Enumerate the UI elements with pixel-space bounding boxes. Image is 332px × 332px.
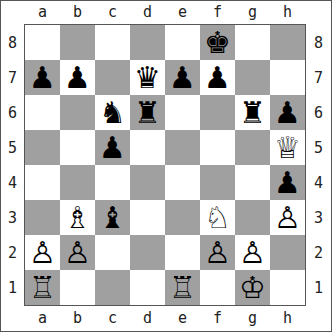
file-label-bottom-g: g: [235, 311, 270, 326]
square-g5[interactable]: [235, 130, 270, 165]
piece-white-pawn[interactable]: ♙: [64, 238, 91, 268]
square-d6[interactable]: ♜: [130, 95, 165, 130]
rank-label-right-6: 6: [306, 95, 331, 130]
file-label-bottom-d: d: [130, 311, 165, 326]
square-h5[interactable]: ♕: [270, 130, 305, 165]
file-labels-bottom: abcdefgh: [24, 306, 306, 331]
rank-label-left-3: 3: [1, 200, 24, 235]
square-b1[interactable]: [60, 270, 95, 305]
square-f4[interactable]: [200, 165, 235, 200]
square-g6[interactable]: ♜: [235, 95, 270, 130]
rank-label-right-3: 3: [306, 200, 331, 235]
square-e3[interactable]: [165, 200, 200, 235]
square-c5[interactable]: ♟: [95, 130, 130, 165]
square-b2[interactable]: ♙: [60, 235, 95, 270]
piece-black-pawn[interactable]: ♟: [204, 63, 231, 93]
square-f2[interactable]: ♙: [200, 235, 235, 270]
rank-label-right-8: 8: [306, 25, 331, 60]
square-d1[interactable]: [130, 270, 165, 305]
file-label-top-b: b: [60, 5, 95, 20]
square-d2[interactable]: [130, 235, 165, 270]
piece-white-pawn[interactable]: ♙: [239, 238, 266, 268]
square-b4[interactable]: [60, 165, 95, 200]
square-a3[interactable]: [25, 200, 60, 235]
square-b5[interactable]: [60, 130, 95, 165]
piece-white-king[interactable]: ♔: [239, 273, 266, 303]
square-g2[interactable]: ♙: [235, 235, 270, 270]
piece-white-pawn[interactable]: ♙: [274, 203, 301, 233]
file-label-bottom-a: a: [25, 311, 60, 326]
square-c6[interactable]: ♞: [95, 95, 130, 130]
piece-black-pawn[interactable]: ♟: [274, 98, 301, 128]
square-f8[interactable]: ♚: [200, 25, 235, 60]
file-label-top-d: d: [130, 5, 165, 20]
square-d4[interactable]: [130, 165, 165, 200]
piece-white-bishop[interactable]: ♗: [64, 203, 91, 233]
square-c7[interactable]: [95, 60, 130, 95]
square-h8[interactable]: [270, 25, 305, 60]
square-e8[interactable]: [165, 25, 200, 60]
piece-black-rook[interactable]: ♜: [239, 98, 266, 128]
square-a6[interactable]: [25, 95, 60, 130]
piece-white-queen[interactable]: ♕: [274, 133, 301, 163]
piece-black-pawn[interactable]: ♟: [99, 133, 126, 163]
square-e2[interactable]: [165, 235, 200, 270]
piece-black-bishop[interactable]: ♝: [99, 203, 126, 233]
piece-black-king[interactable]: ♚: [204, 28, 231, 58]
square-f6[interactable]: [200, 95, 235, 130]
square-h4[interactable]: ♟: [270, 165, 305, 200]
square-a7[interactable]: ♟: [25, 60, 60, 95]
square-g1[interactable]: ♔: [235, 270, 270, 305]
file-label-bottom-b: b: [60, 311, 95, 326]
corner-bottom-left: [1, 306, 24, 331]
square-e6[interactable]: [165, 95, 200, 130]
file-label-bottom-e: e: [165, 311, 200, 326]
rank-label-right-4: 4: [306, 165, 331, 200]
square-e4[interactable]: [165, 165, 200, 200]
file-label-top-c: c: [95, 5, 130, 20]
piece-black-pawn[interactable]: ♟: [274, 168, 301, 198]
square-a1[interactable]: ♖: [25, 270, 60, 305]
file-label-bottom-h: h: [270, 311, 305, 326]
square-f7[interactable]: ♟: [200, 60, 235, 95]
square-f3[interactable]: ♘: [200, 200, 235, 235]
square-e1[interactable]: ♖: [165, 270, 200, 305]
rank-label-left-5: 5: [1, 130, 24, 165]
square-h3[interactable]: ♙: [270, 200, 305, 235]
file-label-top-f: f: [200, 5, 235, 20]
square-h2[interactable]: [270, 235, 305, 270]
square-d7[interactable]: ♛: [130, 60, 165, 95]
corner-top-left: [1, 1, 24, 24]
corner-top-right: [306, 1, 331, 24]
square-e7[interactable]: ♟: [165, 60, 200, 95]
square-c1[interactable]: [95, 270, 130, 305]
square-f5[interactable]: [200, 130, 235, 165]
square-b8[interactable]: [60, 25, 95, 60]
rank-label-left-7: 7: [1, 60, 24, 95]
piece-black-rook[interactable]: ♜: [134, 98, 161, 128]
piece-white-rook[interactable]: ♖: [169, 273, 196, 303]
rank-labels-left: 87654321: [1, 24, 24, 306]
rank-label-right-7: 7: [306, 60, 331, 95]
square-a2[interactable]: ♙: [25, 235, 60, 270]
corner-bottom-right: [306, 306, 331, 331]
square-d8[interactable]: [130, 25, 165, 60]
file-label-top-a: a: [25, 5, 60, 20]
piece-black-pawn[interactable]: ♟: [29, 63, 56, 93]
piece-black-pawn[interactable]: ♟: [169, 63, 196, 93]
piece-black-queen[interactable]: ♛: [134, 63, 161, 93]
square-a5[interactable]: [25, 130, 60, 165]
square-h7[interactable]: [270, 60, 305, 95]
square-f1[interactable]: [200, 270, 235, 305]
square-c8[interactable]: [95, 25, 130, 60]
rank-label-left-8: 8: [1, 25, 24, 60]
square-d3[interactable]: [130, 200, 165, 235]
square-d5[interactable]: [130, 130, 165, 165]
rank-label-left-4: 4: [1, 165, 24, 200]
piece-black-pawn[interactable]: ♟: [64, 63, 91, 93]
square-b7[interactable]: ♟: [60, 60, 95, 95]
square-g7[interactable]: [235, 60, 270, 95]
rank-label-right-5: 5: [306, 130, 331, 165]
file-label-bottom-c: c: [95, 311, 130, 326]
square-e5[interactable]: [165, 130, 200, 165]
square-a8[interactable]: [25, 25, 60, 60]
file-label-top-h: h: [270, 5, 305, 20]
square-c2[interactable]: [95, 235, 130, 270]
square-h6[interactable]: ♟: [270, 95, 305, 130]
piece-black-knight[interactable]: ♞: [99, 98, 126, 128]
chess-diagram: abcdefgh 87654321 ♚♟♟♛♟♟♞♜♜♟♟♕♟♗♝♘♙♙♙♙♙♖…: [0, 0, 332, 332]
chess-board: ♚♟♟♛♟♟♞♜♜♟♟♕♟♗♝♘♙♙♙♙♙♖♖♔: [24, 24, 306, 306]
piece-white-pawn[interactable]: ♙: [204, 238, 231, 268]
file-label-top-e: e: [165, 5, 200, 20]
square-c3[interactable]: ♝: [95, 200, 130, 235]
file-label-top-g: g: [235, 5, 270, 20]
square-a4[interactable]: [25, 165, 60, 200]
rank-label-right-1: 1: [306, 270, 331, 305]
square-c4[interactable]: [95, 165, 130, 200]
piece-white-rook[interactable]: ♖: [29, 273, 56, 303]
file-label-bottom-f: f: [200, 311, 235, 326]
rank-label-right-2: 2: [306, 235, 331, 270]
square-b6[interactable]: [60, 95, 95, 130]
square-h1[interactable]: [270, 270, 305, 305]
square-g8[interactable]: [235, 25, 270, 60]
piece-white-knight[interactable]: ♘: [204, 203, 231, 233]
piece-white-pawn[interactable]: ♙: [29, 238, 56, 268]
square-g4[interactable]: [235, 165, 270, 200]
square-b3[interactable]: ♗: [60, 200, 95, 235]
rank-labels-right: 87654321: [306, 24, 331, 306]
file-labels-top: abcdefgh: [24, 1, 306, 24]
rank-label-left-1: 1: [1, 270, 24, 305]
square-g3[interactable]: [235, 200, 270, 235]
rank-label-left-6: 6: [1, 95, 24, 130]
rank-label-left-2: 2: [1, 235, 24, 270]
